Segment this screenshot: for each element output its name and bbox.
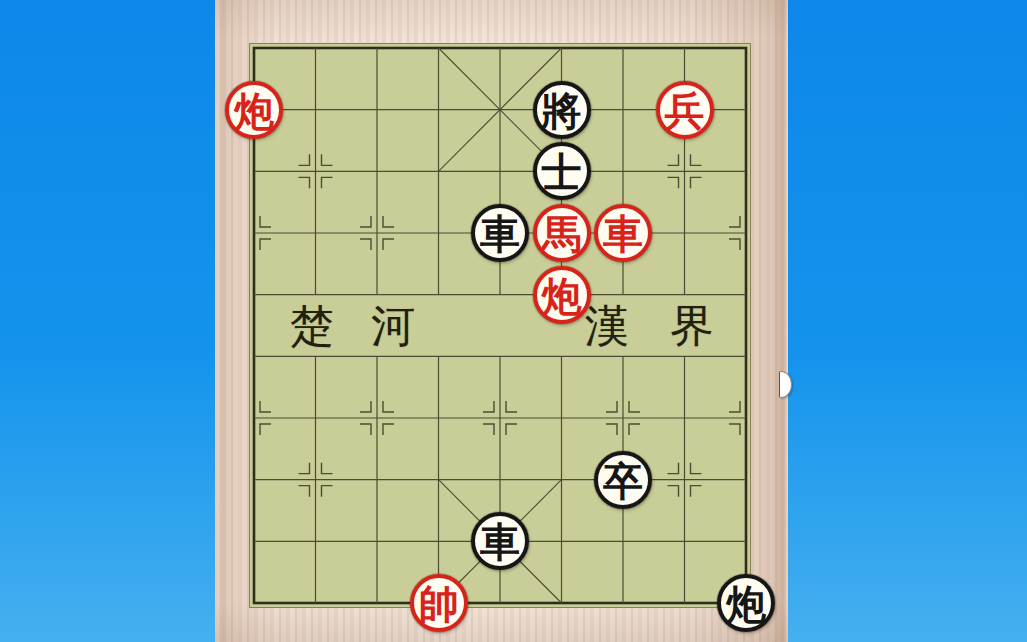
- piece-red-soldier[interactable]: 兵: [656, 81, 714, 139]
- piece-black-chariot[interactable]: 車: [471, 204, 529, 262]
- piece-red-general[interactable]: 帥: [410, 574, 468, 632]
- piece-glyph: 炮: [234, 91, 274, 131]
- piece-glyph: 兵: [665, 91, 705, 131]
- piece-red-cannon-2[interactable]: 炮: [533, 266, 591, 324]
- piece-black-cannon[interactable]: 炮: [717, 574, 775, 632]
- piece-glyph: 車: [603, 214, 643, 254]
- piece-glyph: 車: [480, 522, 520, 562]
- river-label-0: 楚: [290, 304, 334, 348]
- app-stage: 楚河漢界 炮將兵士車馬車炮卒車帥炮: [0, 0, 1027, 642]
- river-label-1: 河: [371, 304, 415, 348]
- piece-red-horse[interactable]: 馬: [533, 204, 591, 262]
- piece-glyph: 將: [542, 91, 582, 131]
- piece-glyph: 卒: [603, 461, 643, 501]
- piece-red-chariot[interactable]: 車: [594, 204, 652, 262]
- river-label-2: 漢: [585, 304, 629, 348]
- piece-black-advisor[interactable]: 士: [533, 142, 591, 200]
- piece-black-general[interactable]: 將: [533, 81, 591, 139]
- piece-red-cannon[interactable]: 炮: [225, 81, 283, 139]
- river-label-3: 界: [670, 304, 714, 348]
- piece-glyph: 帥: [419, 584, 459, 624]
- piece-glyph: 士: [542, 152, 582, 192]
- piece-glyph: 炮: [726, 584, 766, 624]
- piece-glyph: 車: [480, 214, 520, 254]
- piece-black-chariot-2[interactable]: 車: [471, 512, 529, 570]
- piece-glyph: 炮: [542, 276, 582, 316]
- piece-black-soldier[interactable]: 卒: [594, 451, 652, 509]
- piece-glyph: 馬: [542, 214, 582, 254]
